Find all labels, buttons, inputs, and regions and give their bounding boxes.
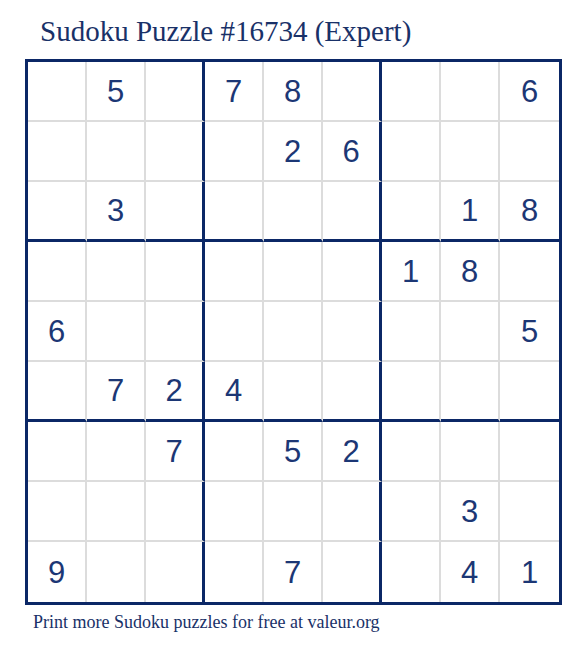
cell-r3c2[interactable]: 3 bbox=[87, 182, 146, 242]
cell-r5c7[interactable] bbox=[382, 302, 441, 362]
cell-r4c3[interactable] bbox=[146, 242, 205, 302]
cell-r4c9[interactable] bbox=[500, 242, 559, 302]
cell-r4c5[interactable] bbox=[264, 242, 323, 302]
cell-r4c2[interactable] bbox=[87, 242, 146, 302]
cell-r5c2[interactable] bbox=[87, 302, 146, 362]
cell-r4c6[interactable] bbox=[323, 242, 382, 302]
cell-r3c7[interactable] bbox=[382, 182, 441, 242]
cell-r8c4[interactable] bbox=[205, 482, 264, 542]
cell-r6c8[interactable] bbox=[441, 362, 500, 422]
cell-r8c7[interactable] bbox=[382, 482, 441, 542]
cell-r5c8[interactable] bbox=[441, 302, 500, 362]
cell-r3c3[interactable] bbox=[146, 182, 205, 242]
cell-r9c8[interactable]: 4 bbox=[441, 542, 500, 602]
cell-r9c7[interactable] bbox=[382, 542, 441, 602]
cell-r5c9[interactable]: 5 bbox=[500, 302, 559, 362]
cell-r7c4[interactable] bbox=[205, 422, 264, 482]
cell-r4c4[interactable] bbox=[205, 242, 264, 302]
cell-r6c7[interactable] bbox=[382, 362, 441, 422]
cell-r1c9[interactable]: 6 bbox=[500, 62, 559, 122]
cell-r1c7[interactable] bbox=[382, 62, 441, 122]
cell-r8c5[interactable] bbox=[264, 482, 323, 542]
cell-r3c6[interactable] bbox=[323, 182, 382, 242]
cell-r3c1[interactable] bbox=[28, 182, 87, 242]
cell-r4c1[interactable] bbox=[28, 242, 87, 302]
cell-r3c5[interactable] bbox=[264, 182, 323, 242]
cell-r2c9[interactable] bbox=[500, 122, 559, 182]
cell-r7c9[interactable] bbox=[500, 422, 559, 482]
cell-r2c2[interactable] bbox=[87, 122, 146, 182]
cell-r7c2[interactable] bbox=[87, 422, 146, 482]
cell-r7c1[interactable] bbox=[28, 422, 87, 482]
cell-r2c5[interactable]: 2 bbox=[264, 122, 323, 182]
cell-r8c9[interactable] bbox=[500, 482, 559, 542]
cell-r5c3[interactable] bbox=[146, 302, 205, 362]
cell-r7c5[interactable]: 5 bbox=[264, 422, 323, 482]
puzzle-title: Sudoku Puzzle #16734 (Expert) bbox=[40, 15, 411, 48]
sudoku-board: 578626318186572475239741 bbox=[25, 59, 562, 605]
cell-r7c7[interactable] bbox=[382, 422, 441, 482]
cell-r1c3[interactable] bbox=[146, 62, 205, 122]
cell-r9c1[interactable]: 9 bbox=[28, 542, 87, 602]
cell-r8c3[interactable] bbox=[146, 482, 205, 542]
cell-r9c6[interactable] bbox=[323, 542, 382, 602]
cell-r6c6[interactable] bbox=[323, 362, 382, 422]
cell-r6c4[interactable]: 4 bbox=[205, 362, 264, 422]
cell-r6c1[interactable] bbox=[28, 362, 87, 422]
cell-r1c6[interactable] bbox=[323, 62, 382, 122]
cell-r7c8[interactable] bbox=[441, 422, 500, 482]
cell-r6c5[interactable] bbox=[264, 362, 323, 422]
cell-r9c4[interactable] bbox=[205, 542, 264, 602]
cell-r2c7[interactable] bbox=[382, 122, 441, 182]
page: Sudoku Puzzle #16734 (Expert) 5786263181… bbox=[0, 0, 580, 651]
cell-r8c1[interactable] bbox=[28, 482, 87, 542]
cell-r7c6[interactable]: 2 bbox=[323, 422, 382, 482]
cell-r7c3[interactable]: 7 bbox=[146, 422, 205, 482]
cell-r9c9[interactable]: 1 bbox=[500, 542, 559, 602]
cell-r2c4[interactable] bbox=[205, 122, 264, 182]
cell-r3c4[interactable] bbox=[205, 182, 264, 242]
cell-r8c8[interactable]: 3 bbox=[441, 482, 500, 542]
cell-r3c8[interactable]: 1 bbox=[441, 182, 500, 242]
cell-r6c3[interactable]: 2 bbox=[146, 362, 205, 422]
cell-r4c7[interactable]: 1 bbox=[382, 242, 441, 302]
cell-r1c1[interactable] bbox=[28, 62, 87, 122]
cell-r9c2[interactable] bbox=[87, 542, 146, 602]
cell-r1c5[interactable]: 8 bbox=[264, 62, 323, 122]
cell-r8c6[interactable] bbox=[323, 482, 382, 542]
cell-r9c5[interactable]: 7 bbox=[264, 542, 323, 602]
cell-r5c4[interactable] bbox=[205, 302, 264, 362]
cell-r5c6[interactable] bbox=[323, 302, 382, 362]
cell-r4c8[interactable]: 8 bbox=[441, 242, 500, 302]
cell-r2c3[interactable] bbox=[146, 122, 205, 182]
cell-r6c9[interactable] bbox=[500, 362, 559, 422]
cell-r1c2[interactable]: 5 bbox=[87, 62, 146, 122]
cell-r1c8[interactable] bbox=[441, 62, 500, 122]
cell-r2c6[interactable]: 6 bbox=[323, 122, 382, 182]
cell-r2c8[interactable] bbox=[441, 122, 500, 182]
cell-r6c2[interactable]: 7 bbox=[87, 362, 146, 422]
cell-r1c4[interactable]: 7 bbox=[205, 62, 264, 122]
cell-r9c3[interactable] bbox=[146, 542, 205, 602]
cell-r8c2[interactable] bbox=[87, 482, 146, 542]
cell-r2c1[interactable] bbox=[28, 122, 87, 182]
footer-text: Print more Sudoku puzzles for free at va… bbox=[33, 612, 380, 633]
cell-r3c9[interactable]: 8 bbox=[500, 182, 559, 242]
cell-r5c5[interactable] bbox=[264, 302, 323, 362]
cell-r5c1[interactable]: 6 bbox=[28, 302, 87, 362]
